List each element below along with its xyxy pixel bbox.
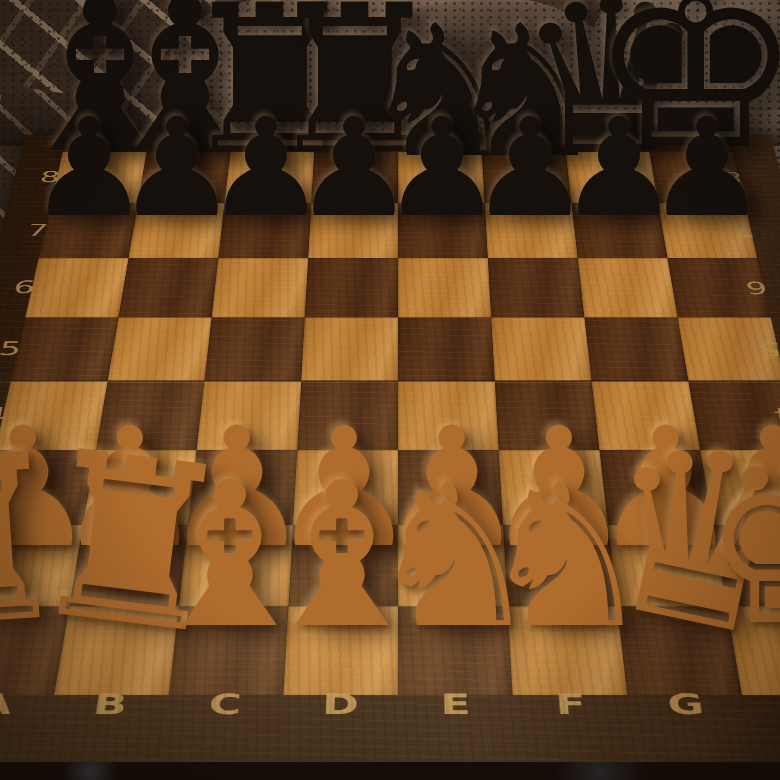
white-king[interactable]: ♚ xyxy=(701,435,780,656)
chess-photo-scene: ABCDEFGH 1122334455667788 ♝♝♜♜♞♞♛♚♟♟♟♟♟♟… xyxy=(0,0,780,780)
black-pawn[interactable]: ♟ xyxy=(646,100,768,236)
floor-edge-strip xyxy=(0,762,780,780)
pieces-layer: ♝♝♜♜♞♞♛♚♟♟♟♟♟♟♟♟♟♟♟♟♟♟♟♟♜♜♝♝♞♞♛♚ xyxy=(0,0,780,780)
